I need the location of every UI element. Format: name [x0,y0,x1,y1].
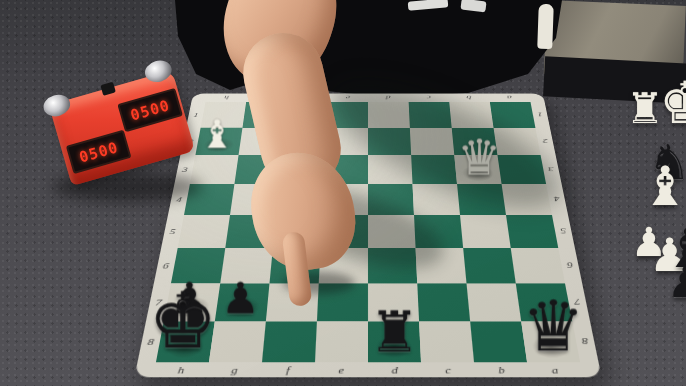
square-f8[interactable] [262,321,317,362]
tray-white-king: ♚ [659,74,686,132]
chess-clock: 0500 0500 [48,70,198,195]
square-h5[interactable] [178,215,230,248]
black-queen-a8[interactable]: ♛ [522,290,585,360]
file-label-top-b: b [448,94,489,103]
black-pawn-g7[interactable]: ♟ [221,276,260,319]
file-label-bottom-d: d [368,362,422,377]
square-h8[interactable]: ♚ [156,321,215,362]
square-a5[interactable] [506,215,558,248]
file-label-bottom-e: e [314,362,368,377]
file-labels-bottom: hgfedcba [153,362,583,377]
square-a8[interactable]: ♛ [521,321,580,362]
square-g7[interactable]: ♟ [215,283,270,321]
square-c7[interactable] [417,283,470,321]
black-king-h8[interactable]: ♚ [148,283,217,360]
file-label-top-a: a [489,94,531,103]
video-frame: hgfedcba hgfedcba 12345678 12345678 ♝♛♟♟… [0,0,686,386]
square-d8[interactable]: ♜ [368,321,421,362]
clock-display-right: 0500 [117,88,183,132]
white-bishop-h2[interactable]: ♝ [200,114,235,153]
tray-black-pawn: ♟ [667,262,686,304]
tray-white-bishop: ♝ [641,160,686,214]
square-b8[interactable] [470,321,527,362]
square-b6[interactable] [463,248,516,283]
square-b5[interactable] [460,215,511,248]
file-label-bottom-c: c [421,362,475,377]
file-label-bottom-a: a [527,362,583,377]
square-a6[interactable] [511,248,565,283]
square-h2[interactable]: ♝ [195,128,242,155]
file-label-bottom-h: h [153,362,209,377]
file-label-bottom-f: f [261,362,315,377]
square-b7[interactable] [467,283,522,321]
square-e8[interactable] [315,321,368,362]
clock-display-left: 0500 [66,130,132,174]
square-c8[interactable] [419,321,474,362]
clock-switch[interactable] [100,82,116,96]
tray-white-rook: ♜ [626,88,664,130]
file-label-bottom-b: b [474,362,529,377]
file-label-bottom-g: g [207,362,262,377]
square-g8[interactable] [209,321,266,362]
black-rook-d8[interactable]: ♜ [369,304,420,360]
file-label-top-h: h [206,94,248,103]
background-white-piece [537,4,554,49]
clock-body: 0500 0500 [49,70,195,186]
